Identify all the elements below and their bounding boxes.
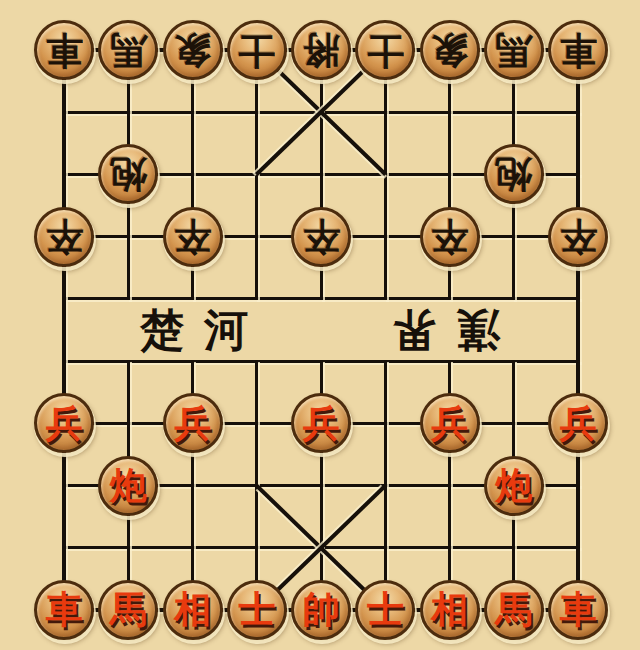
- red-cannon-glyph: 炮: [110, 467, 147, 504]
- piece-black-advisor[interactable]: 士: [227, 20, 287, 80]
- red-soldier-glyph: 兵: [431, 405, 468, 442]
- piece-black-horse[interactable]: 馬: [484, 20, 544, 80]
- river-label-han-jie: 漢界: [331, 301, 541, 359]
- piece-red-chariot[interactable]: 車: [34, 580, 94, 640]
- piece-red-marshal[interactable]: 帥: [291, 580, 351, 640]
- piece-red-elephant[interactable]: 相: [420, 580, 480, 640]
- piece-black-elephant[interactable]: 象: [163, 20, 223, 80]
- piece-black-horse[interactable]: 馬: [98, 20, 158, 80]
- red-soldier-glyph: 兵: [174, 405, 211, 442]
- piece-red-soldier[interactable]: 兵: [548, 393, 608, 453]
- piece-red-horse[interactable]: 馬: [98, 580, 158, 640]
- red-chariot-glyph: 車: [46, 591, 83, 628]
- red-horse-glyph: 馬: [110, 591, 147, 628]
- red-chariot-glyph: 車: [560, 591, 597, 628]
- piece-black-soldier[interactable]: 卒: [548, 207, 608, 267]
- red-horse-glyph: 馬: [495, 591, 532, 628]
- piece-black-general[interactable]: 將: [291, 20, 351, 80]
- piece-black-elephant[interactable]: 象: [420, 20, 480, 80]
- piece-black-chariot[interactable]: 車: [34, 20, 94, 80]
- red-advisor-glyph: 士: [367, 591, 404, 628]
- black-cannon-glyph: 炮: [495, 156, 532, 193]
- piece-red-elephant[interactable]: 相: [163, 580, 223, 640]
- black-elephant-glyph: 象: [431, 32, 468, 69]
- piece-black-chariot[interactable]: 車: [548, 20, 608, 80]
- black-advisor-glyph: 士: [367, 32, 404, 69]
- red-advisor-glyph: 士: [238, 591, 275, 628]
- piece-red-soldier[interactable]: 兵: [163, 393, 223, 453]
- piece-black-soldier[interactable]: 卒: [163, 207, 223, 267]
- black-general-glyph: 將: [303, 32, 340, 69]
- black-advisor-glyph: 士: [238, 32, 275, 69]
- xiangqi-board: 楚河 漢界 車馬象士將士象馬車炮炮卒卒卒卒卒兵兵兵兵兵炮炮車馬相士帥士相馬車: [0, 0, 640, 650]
- piece-red-cannon[interactable]: 炮: [484, 456, 544, 516]
- black-chariot-glyph: 車: [560, 32, 597, 69]
- red-marshal-glyph: 帥: [303, 591, 340, 628]
- piece-black-soldier[interactable]: 卒: [420, 207, 480, 267]
- black-elephant-glyph: 象: [174, 32, 211, 69]
- red-cannon-glyph: 炮: [495, 467, 532, 504]
- black-soldier-glyph: 卒: [560, 218, 597, 255]
- piece-black-advisor[interactable]: 士: [355, 20, 415, 80]
- board-line: [576, 48, 580, 612]
- piece-black-cannon[interactable]: 炮: [484, 144, 544, 204]
- piece-red-advisor[interactable]: 士: [355, 580, 415, 640]
- piece-red-cannon[interactable]: 炮: [98, 456, 158, 516]
- black-cannon-glyph: 炮: [110, 156, 147, 193]
- piece-red-soldier[interactable]: 兵: [34, 393, 94, 453]
- red-elephant-glyph: 相: [174, 591, 211, 628]
- red-soldier-glyph: 兵: [560, 405, 597, 442]
- piece-black-soldier[interactable]: 卒: [291, 207, 351, 267]
- black-chariot-glyph: 車: [46, 32, 83, 69]
- piece-black-soldier[interactable]: 卒: [34, 207, 94, 267]
- black-horse-glyph: 馬: [110, 32, 147, 69]
- black-soldier-glyph: 卒: [431, 218, 468, 255]
- piece-red-soldier[interactable]: 兵: [291, 393, 351, 453]
- red-soldier-glyph: 兵: [303, 405, 340, 442]
- piece-red-horse[interactable]: 馬: [484, 580, 544, 640]
- river-label-chu-he: 楚河: [99, 301, 309, 359]
- board-line: [62, 48, 66, 612]
- black-soldier-glyph: 卒: [174, 218, 211, 255]
- piece-red-advisor[interactable]: 士: [227, 580, 287, 640]
- black-horse-glyph: 馬: [495, 32, 532, 69]
- piece-black-cannon[interactable]: 炮: [98, 144, 158, 204]
- red-soldier-glyph: 兵: [46, 405, 83, 442]
- black-soldier-glyph: 卒: [46, 218, 83, 255]
- red-elephant-glyph: 相: [431, 591, 468, 628]
- piece-red-soldier[interactable]: 兵: [420, 393, 480, 453]
- piece-red-chariot[interactable]: 車: [548, 580, 608, 640]
- black-soldier-glyph: 卒: [303, 218, 340, 255]
